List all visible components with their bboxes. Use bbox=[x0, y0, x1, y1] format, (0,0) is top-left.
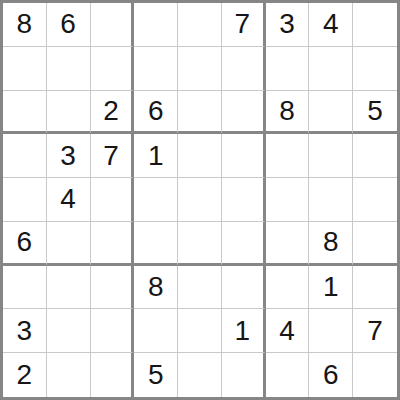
cell-r2c8[interactable] bbox=[309, 47, 353, 91]
cell-r9c6[interactable] bbox=[222, 353, 266, 397]
cell-r3c1[interactable] bbox=[3, 91, 47, 135]
cell-r3c9[interactable]: 5 bbox=[353, 91, 397, 135]
cell-r6c3[interactable] bbox=[91, 222, 135, 266]
cell-r6c5[interactable] bbox=[178, 222, 222, 266]
cell-r6c2[interactable] bbox=[47, 222, 91, 266]
cell-r1c6[interactable]: 7 bbox=[222, 3, 266, 47]
given-digit: 6 bbox=[60, 10, 76, 38]
given-digit: 7 bbox=[103, 142, 119, 170]
cell-r2c2[interactable] bbox=[47, 47, 91, 91]
cell-r3c2[interactable] bbox=[47, 91, 91, 135]
cell-r8c9[interactable]: 7 bbox=[353, 309, 397, 353]
cell-r7c5[interactable] bbox=[178, 266, 222, 310]
given-digit: 8 bbox=[323, 228, 339, 256]
given-digit: 8 bbox=[279, 97, 295, 125]
cell-r8c4[interactable] bbox=[134, 309, 178, 353]
cell-r1c4[interactable] bbox=[134, 3, 178, 47]
cell-r3c5[interactable] bbox=[178, 91, 222, 135]
given-digit: 6 bbox=[323, 361, 339, 389]
cell-r8c7[interactable]: 4 bbox=[266, 309, 310, 353]
cell-r2c9[interactable] bbox=[353, 47, 397, 91]
cell-r9c7[interactable] bbox=[266, 353, 310, 397]
sudoku-board: 867342685371468813147256 bbox=[0, 0, 400, 400]
cell-r7c4[interactable]: 8 bbox=[134, 266, 178, 310]
cell-r3c6[interactable] bbox=[222, 91, 266, 135]
cell-r7c3[interactable] bbox=[91, 266, 135, 310]
given-digit: 4 bbox=[323, 10, 339, 38]
cell-r5c2[interactable]: 4 bbox=[47, 178, 91, 222]
cell-r6c9[interactable] bbox=[353, 222, 397, 266]
cell-r5c9[interactable] bbox=[353, 178, 397, 222]
given-digit: 7 bbox=[367, 317, 383, 345]
cell-r4c6[interactable] bbox=[222, 134, 266, 178]
cell-r5c4[interactable] bbox=[134, 178, 178, 222]
cell-r8c2[interactable] bbox=[47, 309, 91, 353]
cell-r6c8[interactable]: 8 bbox=[309, 222, 353, 266]
cell-r8c8[interactable] bbox=[309, 309, 353, 353]
cell-r2c5[interactable] bbox=[178, 47, 222, 91]
given-digit: 1 bbox=[148, 142, 164, 170]
given-digit: 5 bbox=[367, 97, 383, 125]
cell-r7c7[interactable] bbox=[266, 266, 310, 310]
cell-r2c7[interactable] bbox=[266, 47, 310, 91]
cell-r4c2[interactable]: 3 bbox=[47, 134, 91, 178]
cell-r3c7[interactable]: 8 bbox=[266, 91, 310, 135]
given-digit: 2 bbox=[103, 97, 119, 125]
cell-r4c5[interactable] bbox=[178, 134, 222, 178]
cell-r2c3[interactable] bbox=[91, 47, 135, 91]
cell-r9c4[interactable]: 5 bbox=[134, 353, 178, 397]
cell-r4c3[interactable]: 7 bbox=[91, 134, 135, 178]
cell-r2c6[interactable] bbox=[222, 47, 266, 91]
given-digit: 6 bbox=[17, 228, 33, 256]
cell-r7c6[interactable] bbox=[222, 266, 266, 310]
cell-r2c4[interactable] bbox=[134, 47, 178, 91]
cell-r4c9[interactable] bbox=[353, 134, 397, 178]
given-digit: 3 bbox=[17, 317, 33, 345]
cell-r5c7[interactable] bbox=[266, 178, 310, 222]
cell-r8c6[interactable]: 1 bbox=[222, 309, 266, 353]
cell-r9c5[interactable] bbox=[178, 353, 222, 397]
given-digit: 3 bbox=[60, 142, 76, 170]
cell-r1c7[interactable]: 3 bbox=[266, 3, 310, 47]
cell-r8c5[interactable] bbox=[178, 309, 222, 353]
given-digit: 6 bbox=[148, 97, 164, 125]
cell-r7c2[interactable] bbox=[47, 266, 91, 310]
cell-r9c9[interactable] bbox=[353, 353, 397, 397]
cell-r6c6[interactable] bbox=[222, 222, 266, 266]
cell-r5c8[interactable] bbox=[309, 178, 353, 222]
cell-r4c1[interactable] bbox=[3, 134, 47, 178]
given-digit: 4 bbox=[279, 317, 295, 345]
given-digit: 3 bbox=[279, 10, 295, 38]
given-digit: 4 bbox=[60, 185, 76, 213]
cell-r5c5[interactable] bbox=[178, 178, 222, 222]
cell-r5c3[interactable] bbox=[91, 178, 135, 222]
given-digit: 8 bbox=[148, 273, 164, 301]
given-digit: 5 bbox=[148, 361, 164, 389]
cell-r2c1[interactable] bbox=[3, 47, 47, 91]
cell-r1c9[interactable] bbox=[353, 3, 397, 47]
cell-r3c3[interactable]: 2 bbox=[91, 91, 135, 135]
cell-r4c8[interactable] bbox=[309, 134, 353, 178]
cell-r3c8[interactable] bbox=[309, 91, 353, 135]
cell-r6c1[interactable]: 6 bbox=[3, 222, 47, 266]
cell-r5c1[interactable] bbox=[3, 178, 47, 222]
cell-r6c4[interactable] bbox=[134, 222, 178, 266]
cell-r1c5[interactable] bbox=[178, 3, 222, 47]
cell-r4c4[interactable]: 1 bbox=[134, 134, 178, 178]
given-digit: 1 bbox=[234, 317, 250, 345]
given-digit: 2 bbox=[17, 361, 33, 389]
cell-r5c6[interactable] bbox=[222, 178, 266, 222]
given-digit: 7 bbox=[234, 10, 250, 38]
cell-r1c2[interactable]: 6 bbox=[47, 3, 91, 47]
cell-r1c1[interactable]: 8 bbox=[3, 3, 47, 47]
cell-r8c3[interactable] bbox=[91, 309, 135, 353]
cell-r7c8[interactable]: 1 bbox=[309, 266, 353, 310]
given-digit: 1 bbox=[323, 273, 339, 301]
cell-r8c1[interactable]: 3 bbox=[3, 309, 47, 353]
cell-r4c7[interactable] bbox=[266, 134, 310, 178]
cell-r3c4[interactable]: 6 bbox=[134, 91, 178, 135]
cell-r7c1[interactable] bbox=[3, 266, 47, 310]
cell-r9c3[interactable] bbox=[91, 353, 135, 397]
given-digit: 8 bbox=[17, 10, 33, 38]
cell-r1c8[interactable]: 4 bbox=[309, 3, 353, 47]
cell-r9c8[interactable]: 6 bbox=[309, 353, 353, 397]
cell-r9c1[interactable]: 2 bbox=[3, 353, 47, 397]
cell-r7c9[interactable] bbox=[353, 266, 397, 310]
cell-r9c2[interactable] bbox=[47, 353, 91, 397]
cell-r6c7[interactable] bbox=[266, 222, 310, 266]
cell-r1c3[interactable] bbox=[91, 3, 135, 47]
